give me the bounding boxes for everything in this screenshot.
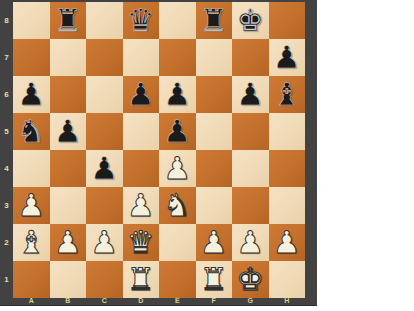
square-a6[interactable]: ♟: [13, 76, 50, 113]
square-e3[interactable]: ♞: [159, 187, 196, 224]
square-a2[interactable]: ♝: [13, 224, 50, 261]
square-h1[interactable]: [269, 261, 306, 298]
square-h2[interactable]: ♟: [269, 224, 306, 261]
rank-label-4: 4: [0, 150, 13, 187]
square-f2[interactable]: ♟: [196, 224, 233, 261]
chess-board-frame: 8 7 6 5 4 3 2 1 ♜♛♜♚♟♟♟♟♟♝♞♟♟♟♟♟♟♞♝♟♟♛♟♟…: [0, 0, 317, 306]
black-queen-d8[interactable]: ♛: [127, 2, 155, 39]
square-c3[interactable]: [86, 187, 123, 224]
square-c5[interactable]: [86, 113, 123, 150]
white-bishop-a2[interactable]: ♝: [17, 224, 45, 261]
square-f1[interactable]: ♜: [196, 261, 233, 298]
square-e7[interactable]: [159, 39, 196, 76]
rank-label-8: 8: [0, 2, 13, 39]
black-king-g8[interactable]: ♚: [236, 2, 264, 39]
chess-board: ♜♛♜♚♟♟♟♟♟♝♞♟♟♟♟♟♟♞♝♟♟♛♟♟♟♜♜♚: [13, 2, 305, 298]
white-pawn-e4[interactable]: ♟: [163, 150, 191, 187]
black-pawn-d6[interactable]: ♟: [127, 76, 155, 113]
square-g3[interactable]: [232, 187, 269, 224]
square-b5[interactable]: ♟: [50, 113, 87, 150]
white-pawn-d3[interactable]: ♟: [127, 187, 155, 224]
square-a3[interactable]: ♟: [13, 187, 50, 224]
rank-labels-column: 8 7 6 5 4 3 2 1: [0, 2, 13, 298]
black-pawn-e6[interactable]: ♟: [163, 76, 191, 113]
square-e8[interactable]: [159, 2, 196, 39]
white-pawn-g2[interactable]: ♟: [236, 224, 264, 261]
black-pawn-g6[interactable]: ♟: [236, 76, 264, 113]
square-a5[interactable]: ♞: [13, 113, 50, 150]
square-e4[interactable]: ♟: [159, 150, 196, 187]
white-king-g1[interactable]: ♚: [236, 261, 264, 298]
black-bishop-h6[interactable]: ♝: [273, 76, 301, 113]
white-pawn-f2[interactable]: ♟: [200, 224, 228, 261]
black-pawn-e5[interactable]: ♟: [163, 113, 191, 150]
square-d8[interactable]: ♛: [123, 2, 160, 39]
black-pawn-c4[interactable]: ♟: [90, 150, 118, 187]
square-f4[interactable]: [196, 150, 233, 187]
square-d5[interactable]: [123, 113, 160, 150]
square-c8[interactable]: [86, 2, 123, 39]
black-pawn-a6[interactable]: ♟: [17, 76, 45, 113]
square-c7[interactable]: [86, 39, 123, 76]
square-d1[interactable]: ♜: [123, 261, 160, 298]
square-b6[interactable]: [50, 76, 87, 113]
square-a8[interactable]: [13, 2, 50, 39]
square-h8[interactable]: [269, 2, 306, 39]
file-label-a: A: [13, 297, 50, 305]
square-e6[interactable]: ♟: [159, 76, 196, 113]
black-rook-b8[interactable]: ♜: [54, 2, 82, 39]
square-d3[interactable]: ♟: [123, 187, 160, 224]
square-d2[interactable]: ♛: [123, 224, 160, 261]
square-e5[interactable]: ♟: [159, 113, 196, 150]
square-b4[interactable]: [50, 150, 87, 187]
square-d4[interactable]: [123, 150, 160, 187]
square-a7[interactable]: [13, 39, 50, 76]
file-label-g: G: [232, 297, 269, 305]
file-label-d: D: [123, 297, 160, 305]
square-e1[interactable]: [159, 261, 196, 298]
square-g1[interactable]: ♚: [232, 261, 269, 298]
rank-label-2: 2: [0, 224, 13, 261]
square-h3[interactable]: [269, 187, 306, 224]
square-f5[interactable]: [196, 113, 233, 150]
square-h6[interactable]: ♝: [269, 76, 306, 113]
white-pawn-c2[interactable]: ♟: [90, 224, 118, 261]
black-rook-f8[interactable]: ♜: [200, 2, 228, 39]
square-g6[interactable]: ♟: [232, 76, 269, 113]
black-pawn-h7[interactable]: ♟: [273, 39, 301, 76]
square-c4[interactable]: ♟: [86, 150, 123, 187]
white-rook-f1[interactable]: ♜: [200, 261, 228, 298]
square-g5[interactable]: [232, 113, 269, 150]
rank-label-3: 3: [0, 187, 13, 224]
square-a1[interactable]: [13, 261, 50, 298]
square-h4[interactable]: [269, 150, 306, 187]
square-f3[interactable]: [196, 187, 233, 224]
square-f8[interactable]: ♜: [196, 2, 233, 39]
file-label-f: F: [196, 297, 233, 305]
square-e2[interactable]: [159, 224, 196, 261]
rank-label-1: 1: [0, 261, 13, 298]
square-a4[interactable]: [13, 150, 50, 187]
square-c2[interactable]: ♟: [86, 224, 123, 261]
square-c6[interactable]: [86, 76, 123, 113]
white-rook-d1[interactable]: ♜: [127, 261, 155, 298]
square-g8[interactable]: ♚: [232, 2, 269, 39]
square-c1[interactable]: [86, 261, 123, 298]
square-b3[interactable]: [50, 187, 87, 224]
square-b8[interactable]: ♜: [50, 2, 87, 39]
file-label-h: H: [269, 297, 306, 305]
square-b7[interactable]: [50, 39, 87, 76]
square-g2[interactable]: ♟: [232, 224, 269, 261]
file-label-b: B: [50, 297, 87, 305]
square-d7[interactable]: [123, 39, 160, 76]
square-d6[interactable]: ♟: [123, 76, 160, 113]
file-label-e: E: [159, 297, 196, 305]
file-labels-row: A B C D E F G H: [13, 297, 305, 305]
white-queen-d2[interactable]: ♛: [127, 224, 155, 261]
black-knight-a5[interactable]: ♞: [17, 113, 45, 150]
square-h5[interactable]: [269, 113, 306, 150]
rank-label-5: 5: [0, 113, 13, 150]
square-h7[interactable]: ♟: [269, 39, 306, 76]
white-pawn-h2[interactable]: ♟: [273, 224, 301, 261]
white-pawn-b2[interactable]: ♟: [54, 224, 82, 261]
square-b1[interactable]: [50, 261, 87, 298]
screenshot-root: 8 7 6 5 4 3 2 1 ♜♛♜♚♟♟♟♟♟♝♞♟♟♟♟♟♟♞♝♟♟♛♟♟…: [0, 0, 414, 311]
rank-label-7: 7: [0, 39, 13, 76]
rank-label-6: 6: [0, 76, 13, 113]
white-knight-e3[interactable]: ♞: [163, 187, 191, 224]
square-g4[interactable]: [232, 150, 269, 187]
square-b2[interactable]: ♟: [50, 224, 87, 261]
file-label-c: C: [86, 297, 123, 305]
square-f6[interactable]: [196, 76, 233, 113]
white-pawn-a3[interactable]: ♟: [17, 187, 45, 224]
black-pawn-b5[interactable]: ♟: [54, 113, 82, 150]
square-g7[interactable]: [232, 39, 269, 76]
square-f7[interactable]: [196, 39, 233, 76]
